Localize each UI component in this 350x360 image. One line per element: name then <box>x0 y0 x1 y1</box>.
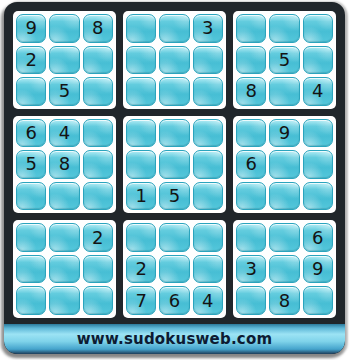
cell-r5c2[interactable]: 8 <box>49 150 79 179</box>
cell-r4c7[interactable] <box>236 119 266 148</box>
box-r2c2: 15 <box>123 116 226 214</box>
cell-r6c8[interactable] <box>269 182 299 211</box>
cell-r6c6[interactable] <box>193 182 223 211</box>
cell-r7c6[interactable] <box>193 223 223 252</box>
cell-r2c3[interactable] <box>83 46 113 75</box>
cell-r6c5[interactable]: 5 <box>159 182 189 211</box>
cell-r7c7[interactable] <box>236 223 266 252</box>
cell-r3c1[interactable] <box>16 77 46 106</box>
cell-r2c9[interactable] <box>303 46 333 75</box>
cell-r8c1[interactable] <box>16 255 46 284</box>
cell-r7c9[interactable]: 6 <box>303 223 333 252</box>
cell-r8c7[interactable]: 3 <box>236 255 266 284</box>
cell-r3c2[interactable]: 5 <box>49 77 79 106</box>
cell-r9c1[interactable] <box>16 286 46 315</box>
cell-r1c7[interactable] <box>236 14 266 43</box>
cell-r4c8[interactable]: 9 <box>269 119 299 148</box>
cell-r6c4[interactable]: 1 <box>126 182 156 211</box>
website-link[interactable]: www.sudokusweb.com <box>77 330 272 348</box>
cell-r1c8[interactable] <box>269 14 299 43</box>
cell-r9c5[interactable]: 6 <box>159 286 189 315</box>
box-r2c1: 6458 <box>13 116 116 214</box>
cell-r5c1[interactable]: 5 <box>16 150 46 179</box>
cell-r4c5[interactable] <box>159 119 189 148</box>
cell-r2c1[interactable]: 2 <box>16 46 46 75</box>
box-r1c3: 584 <box>233 11 336 109</box>
page: 9825358464581596227646398 www.sudokusweb… <box>0 0 350 360</box>
cell-r8c5[interactable] <box>159 255 189 284</box>
cell-r7c2[interactable] <box>49 223 79 252</box>
box-r3c1: 2 <box>13 220 116 318</box>
cell-r8c3[interactable] <box>83 255 113 284</box>
cell-r3c5[interactable] <box>159 77 189 106</box>
cell-r9c3[interactable] <box>83 286 113 315</box>
cell-r4c9[interactable] <box>303 119 333 148</box>
cell-r3c3[interactable] <box>83 77 113 106</box>
cell-r4c2[interactable]: 4 <box>49 119 79 148</box>
cell-r5c5[interactable] <box>159 150 189 179</box>
box-r3c2: 2764 <box>123 220 226 318</box>
cell-r6c3[interactable] <box>83 182 113 211</box>
cell-r5c7[interactable]: 6 <box>236 150 266 179</box>
cell-r5c3[interactable] <box>83 150 113 179</box>
cell-r2c2[interactable] <box>49 46 79 75</box>
cell-r2c5[interactable] <box>159 46 189 75</box>
cell-r1c2[interactable] <box>49 14 79 43</box>
cell-r1c4[interactable] <box>126 14 156 43</box>
cell-r1c6[interactable]: 3 <box>193 14 223 43</box>
cell-r8c6[interactable] <box>193 255 223 284</box>
cell-r3c6[interactable] <box>193 77 223 106</box>
cell-r6c2[interactable] <box>49 182 79 211</box>
cell-r2c8[interactable]: 5 <box>269 46 299 75</box>
cell-r4c1[interactable]: 6 <box>16 119 46 148</box>
cell-r3c8[interactable] <box>269 77 299 106</box>
cell-r5c8[interactable] <box>269 150 299 179</box>
cell-r7c1[interactable] <box>16 223 46 252</box>
footer-bar: www.sudokusweb.com <box>4 324 345 354</box>
cell-r4c6[interactable] <box>193 119 223 148</box>
cell-r5c4[interactable] <box>126 150 156 179</box>
cell-r1c3[interactable]: 8 <box>83 14 113 43</box>
cell-r2c6[interactable] <box>193 46 223 75</box>
cell-r9c8[interactable]: 8 <box>269 286 299 315</box>
cell-r7c5[interactable] <box>159 223 189 252</box>
cell-r3c4[interactable] <box>126 77 156 106</box>
box-r1c2: 3 <box>123 11 226 109</box>
cell-r4c3[interactable] <box>83 119 113 148</box>
cell-r6c1[interactable] <box>16 182 46 211</box>
box-r1c1: 9825 <box>13 11 116 109</box>
cell-r1c9[interactable] <box>303 14 333 43</box>
cell-r8c4[interactable]: 2 <box>126 255 156 284</box>
cell-r9c2[interactable] <box>49 286 79 315</box>
cell-r2c7[interactable] <box>236 46 266 75</box>
cell-r5c9[interactable] <box>303 150 333 179</box>
cell-r7c4[interactable] <box>126 223 156 252</box>
cell-r2c4[interactable] <box>126 46 156 75</box>
cell-r3c7[interactable]: 8 <box>236 77 266 106</box>
cell-r8c2[interactable] <box>49 255 79 284</box>
cell-r6c7[interactable] <box>236 182 266 211</box>
cell-r9c4[interactable]: 7 <box>126 286 156 315</box>
cell-r3c9[interactable]: 4 <box>303 77 333 106</box>
sudoku-grid: 9825358464581596227646398 <box>4 2 345 324</box>
cell-r9c9[interactable] <box>303 286 333 315</box>
cell-r1c1[interactable]: 9 <box>16 14 46 43</box>
cell-r9c7[interactable] <box>236 286 266 315</box>
cell-r8c9[interactable]: 9 <box>303 255 333 284</box>
box-r2c3: 96 <box>233 116 336 214</box>
cell-r7c3[interactable]: 2 <box>83 223 113 252</box>
cell-r5c6[interactable] <box>193 150 223 179</box>
cell-r8c8[interactable] <box>269 255 299 284</box>
cell-r1c5[interactable] <box>159 14 189 43</box>
cell-r4c4[interactable] <box>126 119 156 148</box>
cell-r7c8[interactable] <box>269 223 299 252</box>
sudoku-board: 9825358464581596227646398 www.sudokusweb… <box>4 2 345 354</box>
cell-r9c6[interactable]: 4 <box>193 286 223 315</box>
box-r3c3: 6398 <box>233 220 336 318</box>
cell-r6c9[interactable] <box>303 182 333 211</box>
